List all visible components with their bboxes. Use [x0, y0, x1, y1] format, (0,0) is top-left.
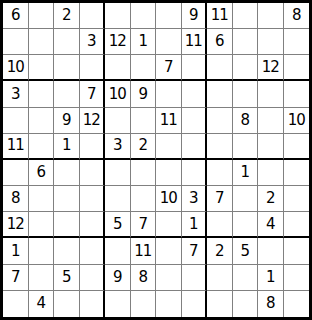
cell-r1c12[interactable]: 8: [284, 3, 310, 29]
cell-r3c11[interactable]: 12: [258, 55, 284, 81]
cell-r1c3[interactable]: 2: [54, 3, 80, 29]
cell-r3c2[interactable]: [29, 55, 55, 81]
cell-r7c4[interactable]: [80, 160, 106, 186]
cell-r4c2[interactable]: [29, 81, 55, 107]
cell-r6c1[interactable]: 11: [3, 134, 29, 160]
cell-r6c8[interactable]: [182, 134, 208, 160]
cell-r10c4[interactable]: [80, 238, 106, 264]
cell-r11c4[interactable]: [80, 265, 106, 291]
cell-r5c8[interactable]: [182, 108, 208, 134]
cell-r9c8[interactable]: 1: [182, 212, 208, 238]
cell-r12c7[interactable]: [156, 291, 182, 317]
cell-r11c9[interactable]: [207, 265, 233, 291]
cell-r12c1[interactable]: [3, 291, 29, 317]
cell-r11c6[interactable]: 8: [131, 265, 157, 291]
cell-r3c7[interactable]: 7: [156, 55, 182, 81]
cell-r2c2[interactable]: [29, 29, 55, 55]
cell-r9c6[interactable]: 7: [131, 212, 157, 238]
cell-r4c1[interactable]: 3: [3, 81, 29, 107]
cell-r12c10[interactable]: [233, 291, 259, 317]
cell-r8c8[interactable]: 3: [182, 186, 208, 212]
cell-r8c9[interactable]: 7: [207, 186, 233, 212]
cell-r1c4[interactable]: [80, 3, 106, 29]
cell-r1c6[interactable]: [131, 3, 157, 29]
cell-r10c6[interactable]: 11: [131, 238, 157, 264]
cell-r5c7[interactable]: 11: [156, 108, 182, 134]
cell-r12c3[interactable]: [54, 291, 80, 317]
cell-r3c3[interactable]: [54, 55, 80, 81]
cell-r6c10[interactable]: [233, 134, 259, 160]
cell-r7c7[interactable]: [156, 160, 182, 186]
cell-r1c5[interactable]: [105, 3, 131, 29]
cell-r7c2[interactable]: 6: [29, 160, 55, 186]
cell-r11c1[interactable]: 7: [3, 265, 29, 291]
cell-r1c10[interactable]: [233, 3, 259, 29]
cell-r8c4[interactable]: [80, 186, 106, 212]
cell-r2c11[interactable]: [258, 29, 284, 55]
cell-r8c7[interactable]: 10: [156, 186, 182, 212]
cell-r7c12[interactable]: [284, 160, 310, 186]
cell-r3c10[interactable]: [233, 55, 259, 81]
cell-r10c8[interactable]: 7: [182, 238, 208, 264]
cell-r3c6[interactable]: [131, 55, 157, 81]
cell-r9c3[interactable]: [54, 212, 80, 238]
cell-r12c4[interactable]: [80, 291, 106, 317]
cell-r12c5[interactable]: [105, 291, 131, 317]
cell-r12c12[interactable]: [284, 291, 310, 317]
cell-r9c11[interactable]: 4: [258, 212, 284, 238]
cell-r6c5[interactable]: 3: [105, 134, 131, 160]
cell-r3c4[interactable]: [80, 55, 106, 81]
cell-r11c5[interactable]: 9: [105, 265, 131, 291]
cell-r5c1[interactable]: [3, 108, 29, 134]
cell-r4c11[interactable]: [258, 81, 284, 107]
cell-r4c9[interactable]: [207, 81, 233, 107]
cell-r8c12[interactable]: [284, 186, 310, 212]
cell-r12c11[interactable]: 8: [258, 291, 284, 317]
cell-r7c5[interactable]: [105, 160, 131, 186]
cell-r8c1[interactable]: 8: [3, 186, 29, 212]
cell-r9c4[interactable]: [80, 212, 106, 238]
cell-r6c4[interactable]: [80, 134, 106, 160]
cell-r5c9[interactable]: [207, 108, 233, 134]
cell-r3c1[interactable]: 10: [3, 55, 29, 81]
cell-r11c7[interactable]: [156, 265, 182, 291]
cell-r9c7[interactable]: [156, 212, 182, 238]
cell-r4c3[interactable]: [54, 81, 80, 107]
cell-r2c10[interactable]: [233, 29, 259, 55]
cell-r10c10[interactable]: 5: [233, 238, 259, 264]
cell-r11c11[interactable]: 1: [258, 265, 284, 291]
cell-r1c2[interactable]: [29, 3, 55, 29]
cell-r3c12[interactable]: [284, 55, 310, 81]
cell-r4c8[interactable]: [182, 81, 208, 107]
cell-r5c10[interactable]: 8: [233, 108, 259, 134]
cell-r2c5[interactable]: 12: [105, 29, 131, 55]
cell-r4c5[interactable]: 10: [105, 81, 131, 107]
cell-r10c1[interactable]: 1: [3, 238, 29, 264]
cell-r11c10[interactable]: [233, 265, 259, 291]
cell-r10c2[interactable]: [29, 238, 55, 264]
cell-r7c8[interactable]: [182, 160, 208, 186]
cell-r10c9[interactable]: 2: [207, 238, 233, 264]
cell-r6c9[interactable]: [207, 134, 233, 160]
cell-r7c10[interactable]: 1: [233, 160, 259, 186]
cell-r5c3[interactable]: 9: [54, 108, 80, 134]
cell-r5c2[interactable]: [29, 108, 55, 134]
cell-r11c3[interactable]: 5: [54, 265, 80, 291]
cell-r6c3[interactable]: 1: [54, 134, 80, 160]
cell-r7c1[interactable]: [3, 160, 29, 186]
cell-r10c12[interactable]: [284, 238, 310, 264]
sudoku-board: 6291183121116107123710991211810111326181…: [0, 0, 312, 320]
cell-r4c12[interactable]: [284, 81, 310, 107]
cell-r6c11[interactable]: [258, 134, 284, 160]
cell-r6c2[interactable]: [29, 134, 55, 160]
cell-r8c6[interactable]: [131, 186, 157, 212]
cell-r12c6[interactable]: [131, 291, 157, 317]
cell-r12c9[interactable]: [207, 291, 233, 317]
cell-r1c8[interactable]: 9: [182, 3, 208, 29]
cell-r3c5[interactable]: [105, 55, 131, 81]
cell-r8c10[interactable]: [233, 186, 259, 212]
cell-r9c5[interactable]: 5: [105, 212, 131, 238]
cell-r8c3[interactable]: [54, 186, 80, 212]
cell-r10c11[interactable]: [258, 238, 284, 264]
cell-r6c6[interactable]: 2: [131, 134, 157, 160]
cell-r2c1[interactable]: [3, 29, 29, 55]
cell-r6c12[interactable]: [284, 134, 310, 160]
cell-r4c4[interactable]: 7: [80, 81, 106, 107]
cell-r7c3[interactable]: [54, 160, 80, 186]
cell-r9c1[interactable]: 12: [3, 212, 29, 238]
cell-r1c7[interactable]: [156, 3, 182, 29]
cell-r4c10[interactable]: [233, 81, 259, 107]
cell-r1c1[interactable]: 6: [3, 3, 29, 29]
cell-r8c5[interactable]: [105, 186, 131, 212]
cell-r6c7[interactable]: [156, 134, 182, 160]
cell-r10c3[interactable]: [54, 238, 80, 264]
cell-r9c9[interactable]: [207, 212, 233, 238]
cell-r12c8[interactable]: [182, 291, 208, 317]
cell-r12c2[interactable]: 4: [29, 291, 55, 317]
cell-r11c8[interactable]: [182, 265, 208, 291]
cell-r8c11[interactable]: 2: [258, 186, 284, 212]
cell-r4c7[interactable]: [156, 81, 182, 107]
cell-r5c6[interactable]: [131, 108, 157, 134]
cell-r7c6[interactable]: [131, 160, 157, 186]
cell-r2c9[interactable]: 6: [207, 29, 233, 55]
cell-r5c12[interactable]: 10: [284, 108, 310, 134]
cell-r3c8[interactable]: [182, 55, 208, 81]
cell-r2c8[interactable]: 11: [182, 29, 208, 55]
cell-r2c6[interactable]: 1: [131, 29, 157, 55]
cell-r5c4[interactable]: 12: [80, 108, 106, 134]
cell-r9c12[interactable]: [284, 212, 310, 238]
cell-r2c12[interactable]: [284, 29, 310, 55]
cell-r3c9[interactable]: [207, 55, 233, 81]
cell-r11c2[interactable]: [29, 265, 55, 291]
cell-r7c11[interactable]: [258, 160, 284, 186]
cell-r10c5[interactable]: [105, 238, 131, 264]
cell-r1c11[interactable]: [258, 3, 284, 29]
cell-r7c9[interactable]: [207, 160, 233, 186]
cell-r5c5[interactable]: [105, 108, 131, 134]
cell-r1c9[interactable]: 11: [207, 3, 233, 29]
cell-r5c11[interactable]: [258, 108, 284, 134]
cell-r2c4[interactable]: 3: [80, 29, 106, 55]
cell-r9c2[interactable]: [29, 212, 55, 238]
cell-r2c7[interactable]: [156, 29, 182, 55]
cell-r10c7[interactable]: [156, 238, 182, 264]
cell-r2c3[interactable]: [54, 29, 80, 55]
cell-r8c2[interactable]: [29, 186, 55, 212]
cell-r4c6[interactable]: 9: [131, 81, 157, 107]
cell-r9c10[interactable]: [233, 212, 259, 238]
cell-r11c12[interactable]: [284, 265, 310, 291]
